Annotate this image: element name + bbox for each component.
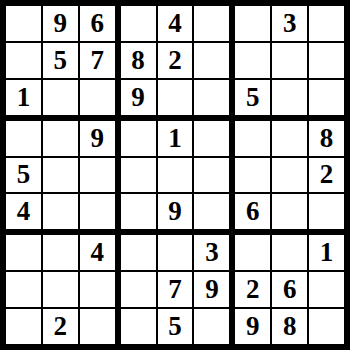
cell-r3c8[interactable] (272, 80, 307, 115)
cell-r9c7[interactable]: 9 (235, 309, 270, 344)
cell-r5c4[interactable] (121, 158, 156, 193)
cell-r2c6[interactable] (194, 43, 229, 78)
cell-r7c1[interactable] (6, 235, 41, 270)
cell-r3c7[interactable]: 5 (235, 80, 270, 115)
cell-r7c3[interactable]: 4 (80, 235, 115, 270)
cell-r6c4[interactable] (121, 194, 156, 229)
cell-r2c9[interactable] (309, 43, 344, 78)
cell-r5c8[interactable] (272, 158, 307, 193)
cell-r5c9[interactable]: 2 (309, 158, 344, 193)
cell-r9c3[interactable] (80, 309, 115, 344)
cell-r4c3[interactable]: 9 (80, 121, 115, 156)
cell-r3c9[interactable] (309, 80, 344, 115)
cell-r6c9[interactable] (309, 194, 344, 229)
cell-r1c7[interactable] (235, 6, 270, 41)
cell-r4c7[interactable] (235, 121, 270, 156)
cell-r9c2[interactable]: 2 (43, 309, 78, 344)
cell-r8c8[interactable]: 6 (272, 272, 307, 307)
cell-r8c3[interactable] (80, 272, 115, 307)
cell-r6c5[interactable]: 9 (158, 194, 193, 229)
cell-r3c5[interactable] (158, 80, 193, 115)
cell-r3c2[interactable] (43, 80, 78, 115)
cell-r2c7[interactable] (235, 43, 270, 78)
sudoku-board: 964357821959185249643179262598 (0, 0, 350, 350)
cell-r4c4[interactable] (121, 121, 156, 156)
cell-r2c5[interactable]: 2 (158, 43, 193, 78)
cell-r5c1[interactable]: 5 (6, 158, 41, 193)
cell-r6c8[interactable] (272, 194, 307, 229)
cell-r1c9[interactable] (309, 6, 344, 41)
cell-r6c3[interactable] (80, 194, 115, 229)
cell-r3c6[interactable] (194, 80, 229, 115)
cell-r6c1[interactable]: 4 (6, 194, 41, 229)
cell-r7c5[interactable] (158, 235, 193, 270)
cell-r4c6[interactable] (194, 121, 229, 156)
cell-r1c8[interactable]: 3 (272, 6, 307, 41)
cell-r2c1[interactable] (6, 43, 41, 78)
cell-r9c6[interactable] (194, 309, 229, 344)
cell-r9c1[interactable] (6, 309, 41, 344)
cell-r3c4[interactable]: 9 (121, 80, 156, 115)
cell-r7c4[interactable] (121, 235, 156, 270)
cell-r4c2[interactable] (43, 121, 78, 156)
cell-r8c4[interactable] (121, 272, 156, 307)
cell-r7c9[interactable]: 1 (309, 235, 344, 270)
cell-r3c1[interactable]: 1 (6, 80, 41, 115)
cell-r4c9[interactable]: 8 (309, 121, 344, 156)
cell-r4c8[interactable] (272, 121, 307, 156)
cell-r4c1[interactable] (6, 121, 41, 156)
cell-r1c3[interactable]: 6 (80, 6, 115, 41)
cell-r8c7[interactable]: 2 (235, 272, 270, 307)
cell-r8c5[interactable]: 7 (158, 272, 193, 307)
cell-r6c7[interactable]: 6 (235, 194, 270, 229)
cell-r5c7[interactable] (235, 158, 270, 193)
cell-r8c6[interactable]: 9 (194, 272, 229, 307)
cell-r2c2[interactable]: 5 (43, 43, 78, 78)
cell-r6c6[interactable] (194, 194, 229, 229)
cell-r5c2[interactable] (43, 158, 78, 193)
cell-r6c2[interactable] (43, 194, 78, 229)
cell-r8c2[interactable] (43, 272, 78, 307)
cell-r1c2[interactable]: 9 (43, 6, 78, 41)
cell-r5c3[interactable] (80, 158, 115, 193)
cell-r7c2[interactable] (43, 235, 78, 270)
cell-r9c9[interactable] (309, 309, 344, 344)
cell-r8c1[interactable] (6, 272, 41, 307)
cell-r1c5[interactable]: 4 (158, 6, 193, 41)
cell-r5c6[interactable] (194, 158, 229, 193)
cell-r5c5[interactable] (158, 158, 193, 193)
cell-r1c1[interactable] (6, 6, 41, 41)
cell-r2c8[interactable] (272, 43, 307, 78)
cell-r1c4[interactable] (121, 6, 156, 41)
cell-r7c7[interactable] (235, 235, 270, 270)
cell-r9c4[interactable] (121, 309, 156, 344)
cell-r3c3[interactable] (80, 80, 115, 115)
cell-r7c6[interactable]: 3 (194, 235, 229, 270)
cell-r4c5[interactable]: 1 (158, 121, 193, 156)
cell-r1c6[interactable] (194, 6, 229, 41)
cell-r2c3[interactable]: 7 (80, 43, 115, 78)
cell-r9c8[interactable]: 8 (272, 309, 307, 344)
cell-r2c4[interactable]: 8 (121, 43, 156, 78)
cell-r8c9[interactable] (309, 272, 344, 307)
cell-r7c8[interactable] (272, 235, 307, 270)
cell-r9c5[interactable]: 5 (158, 309, 193, 344)
